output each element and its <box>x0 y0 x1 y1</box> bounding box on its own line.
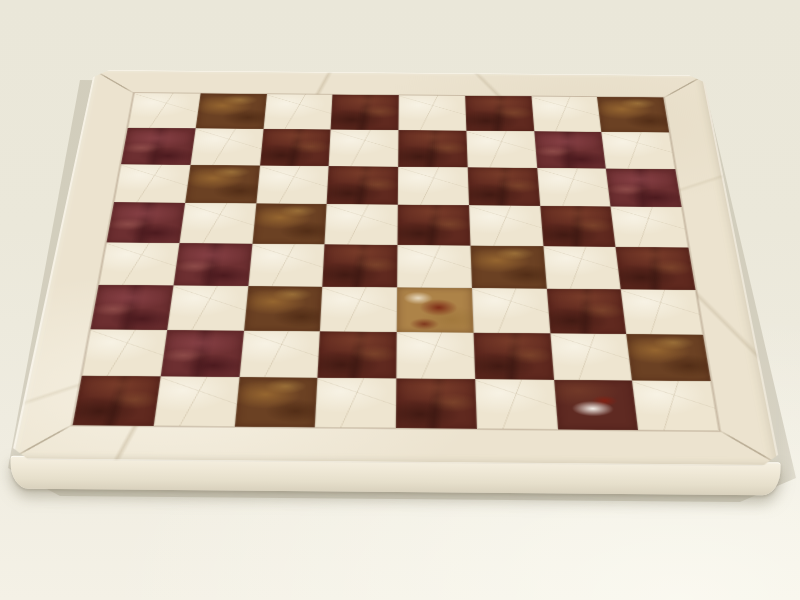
square-c7 <box>260 129 331 166</box>
square-c5 <box>252 204 327 245</box>
square-b6 <box>185 165 260 204</box>
square-g1 <box>554 380 639 430</box>
square-b4 <box>173 243 252 286</box>
square-f7 <box>466 131 537 168</box>
square-d4 <box>323 244 398 287</box>
board-squares <box>73 93 720 431</box>
square-d3 <box>320 287 397 332</box>
miter-seam-bottom-left <box>13 423 75 458</box>
square-g7 <box>534 131 606 168</box>
square-c1 <box>234 377 317 427</box>
square-e6 <box>398 166 469 205</box>
square-d6 <box>327 166 398 205</box>
square-a6 <box>114 164 190 203</box>
square-e8 <box>398 95 466 130</box>
square-h2 <box>626 334 710 382</box>
square-g4 <box>543 246 621 289</box>
square-g2 <box>550 333 632 381</box>
square-g5 <box>540 206 616 247</box>
square-a2 <box>82 329 167 376</box>
square-d5 <box>325 204 398 245</box>
miter-seam-top-right <box>662 76 703 99</box>
square-h7 <box>602 132 676 169</box>
square-a8 <box>128 93 201 128</box>
square-g6 <box>537 168 611 207</box>
square-a7 <box>121 128 195 165</box>
square-b2 <box>160 330 243 378</box>
square-d1 <box>315 378 396 428</box>
square-f1 <box>475 379 558 429</box>
square-a5 <box>106 202 184 243</box>
square-e4 <box>397 245 472 288</box>
square-c3 <box>244 286 323 331</box>
square-c6 <box>256 165 329 204</box>
square-a4 <box>99 242 180 285</box>
square-h8 <box>597 97 669 132</box>
miter-seam-top-left <box>95 71 135 94</box>
square-a1 <box>73 376 161 426</box>
square-f3 <box>472 288 550 333</box>
photo-tilt-wrapper <box>0 0 800 600</box>
square-h4 <box>616 247 696 290</box>
square-e7 <box>398 130 467 167</box>
square-h6 <box>606 168 682 207</box>
square-b5 <box>179 203 256 244</box>
square-f8 <box>465 96 534 131</box>
square-d8 <box>331 95 399 130</box>
square-a3 <box>90 285 173 330</box>
square-f2 <box>473 332 553 380</box>
square-d7 <box>329 129 399 166</box>
square-g3 <box>546 289 626 334</box>
square-d2 <box>318 331 397 379</box>
square-h1 <box>632 381 719 431</box>
square-e5 <box>397 205 470 246</box>
miter-seam-bottom-right <box>717 429 778 465</box>
square-e3 <box>397 287 474 332</box>
square-c2 <box>239 330 320 378</box>
board-perspective-scene <box>55 0 741 588</box>
square-b1 <box>153 377 239 427</box>
square-b7 <box>190 128 263 165</box>
square-f5 <box>469 205 543 246</box>
square-h3 <box>621 289 703 334</box>
square-f4 <box>470 246 546 289</box>
square-c4 <box>248 244 325 287</box>
square-g8 <box>531 96 601 131</box>
square-h5 <box>611 207 689 248</box>
square-f6 <box>467 167 539 206</box>
square-b3 <box>167 285 248 330</box>
square-e1 <box>396 379 477 429</box>
marble-chess-board <box>11 70 781 466</box>
square-e2 <box>396 332 475 380</box>
square-c8 <box>263 94 333 129</box>
square-b8 <box>195 93 266 128</box>
